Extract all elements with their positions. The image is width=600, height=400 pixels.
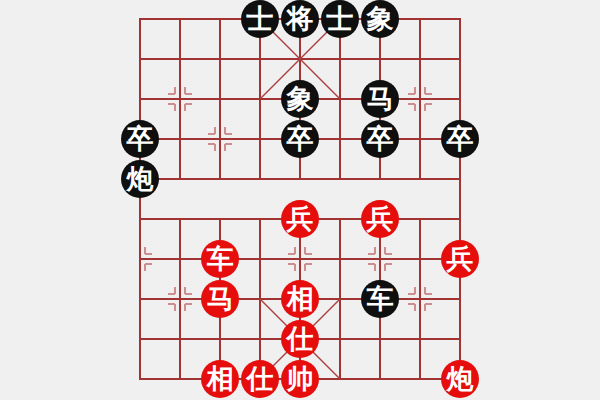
- pieces-layer: 士将士象象马卒卒卒卒炮车兵兵车兵马相仕相仕帅炮: [120, 0, 480, 399]
- piece-black-cannon[interactable]: 炮: [121, 160, 159, 198]
- piece-black-advisor[interactable]: 士: [321, 0, 359, 38]
- xiangqi-board: 士将士象象马卒卒卒卒炮车兵兵车兵马相仕相仕帅炮: [0, 0, 600, 400]
- piece-black-elephant[interactable]: 象: [281, 80, 319, 118]
- piece-red-horse[interactable]: 马: [201, 280, 239, 318]
- piece-red-elephant[interactable]: 相: [201, 360, 239, 398]
- piece-red-elephant[interactable]: 相: [281, 280, 319, 318]
- piece-black-horse[interactable]: 马: [361, 80, 399, 118]
- piece-red-cannon[interactable]: 炮: [441, 360, 479, 398]
- piece-black-elephant[interactable]: 象: [361, 0, 399, 38]
- piece-black-soldier[interactable]: 卒: [441, 120, 479, 158]
- piece-black-soldier[interactable]: 卒: [281, 120, 319, 158]
- piece-red-soldier[interactable]: 兵: [441, 240, 479, 278]
- piece-red-general[interactable]: 帅: [281, 360, 319, 398]
- piece-red-advisor[interactable]: 仕: [241, 360, 279, 398]
- piece-red-chariot[interactable]: 车: [201, 240, 239, 278]
- piece-red-soldier[interactable]: 兵: [281, 200, 319, 238]
- piece-black-soldier[interactable]: 卒: [361, 120, 399, 158]
- piece-black-advisor[interactable]: 士: [241, 0, 279, 38]
- piece-black-soldier[interactable]: 卒: [121, 120, 159, 158]
- piece-black-chariot[interactable]: 车: [361, 280, 399, 318]
- piece-black-general[interactable]: 将: [281, 0, 319, 38]
- piece-red-advisor[interactable]: 仕: [281, 320, 319, 358]
- piece-red-soldier[interactable]: 兵: [361, 200, 399, 238]
